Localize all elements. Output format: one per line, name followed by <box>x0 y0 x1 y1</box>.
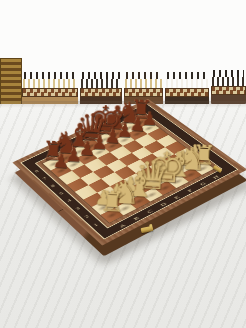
chess-board: ♜♞♝♛♚♝♞♜♟♟♟♟♟♟♟♟♟♟♟♟♟♟♟♟♜♞♝♛♚♝♞♜ ABCDEFG… <box>12 99 246 246</box>
product-photo-scene: ♜♞♝♛♚♝♞♜♟♟♟♟♟♟♟♟♟♟♟♟♟♟♟♟♜♞♝♛♚♝♞♜ ABCDEFG… <box>0 0 246 328</box>
board-perspective-wrapper: ♜♞♝♛♚♝♞♜♟♟♟♟♟♟♟♟♟♟♟♟♟♟♟♟♜♞♝♛♚♝♞♜ ABCDEFG… <box>0 0 246 328</box>
